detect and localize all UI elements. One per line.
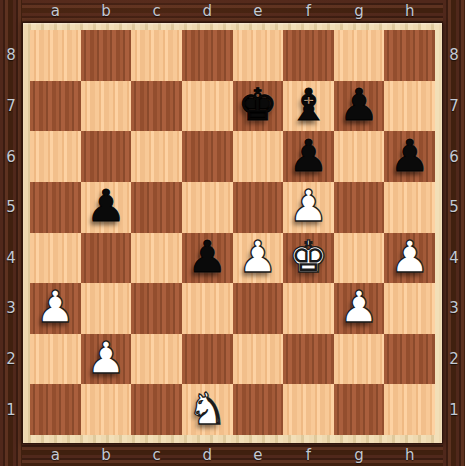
square-d4[interactable]: ♟: [182, 233, 233, 284]
square-b3[interactable]: [81, 283, 132, 334]
rank-labels-right: 87654321: [443, 30, 465, 435]
square-c1[interactable]: [131, 384, 182, 435]
square-f4[interactable]: ♚: [283, 233, 334, 284]
square-b8[interactable]: [81, 30, 132, 81]
file-label-h: h: [384, 0, 435, 22]
square-a7[interactable]: [30, 81, 81, 132]
square-h1[interactable]: [384, 384, 435, 435]
square-e1[interactable]: [233, 384, 284, 435]
rank-label-8: 8: [0, 30, 22, 81]
black-pawn[interactable]: ♟: [187, 235, 226, 279]
white-pawn[interactable]: ♟: [36, 285, 75, 329]
file-label-c: c: [131, 0, 182, 22]
file-label-b: b: [81, 443, 132, 466]
square-h2[interactable]: [384, 334, 435, 385]
square-a4[interactable]: [30, 233, 81, 284]
file-labels-bottom: abcdefgh: [30, 443, 435, 466]
file-label-h: h: [384, 443, 435, 466]
square-f2[interactable]: [283, 334, 334, 385]
square-e2[interactable]: [233, 334, 284, 385]
file-label-d: d: [182, 443, 233, 466]
file-label-b: b: [81, 0, 132, 22]
square-c7[interactable]: [131, 81, 182, 132]
square-d3[interactable]: [182, 283, 233, 334]
square-g6[interactable]: [334, 131, 385, 182]
rank-label-7: 7: [0, 81, 22, 132]
square-a3[interactable]: ♟: [30, 283, 81, 334]
square-d6[interactable]: [182, 131, 233, 182]
square-e8[interactable]: [233, 30, 284, 81]
square-d1[interactable]: ♞: [182, 384, 233, 435]
square-f5[interactable]: ♟: [283, 182, 334, 233]
file-label-g: g: [334, 0, 385, 22]
rank-label-8: 8: [443, 30, 465, 81]
file-label-d: d: [182, 0, 233, 22]
rank-label-6: 6: [443, 131, 465, 182]
square-d5[interactable]: [182, 182, 233, 233]
rank-label-3: 3: [443, 283, 465, 334]
white-pawn[interactable]: ♟: [238, 235, 277, 279]
rank-label-1: 1: [443, 384, 465, 435]
square-f3[interactable]: [283, 283, 334, 334]
square-a8[interactable]: [30, 30, 81, 81]
file-label-e: e: [233, 0, 284, 22]
file-labels-top: abcdefgh: [30, 0, 435, 22]
white-pawn[interactable]: ♟: [339, 285, 378, 329]
square-f7[interactable]: ♝: [283, 81, 334, 132]
file-label-e: e: [233, 443, 284, 466]
black-king[interactable]: ♚: [238, 83, 277, 127]
file-label-a: a: [30, 443, 81, 466]
square-h4[interactable]: ♟: [384, 233, 435, 284]
square-a1[interactable]: [30, 384, 81, 435]
square-e4[interactable]: ♟: [233, 233, 284, 284]
square-h6[interactable]: ♟: [384, 131, 435, 182]
rank-labels-left: 87654321: [0, 30, 22, 435]
square-f1[interactable]: [283, 384, 334, 435]
rank-label-5: 5: [443, 182, 465, 233]
rank-label-6: 6: [0, 131, 22, 182]
square-e3[interactable]: [233, 283, 284, 334]
square-c3[interactable]: [131, 283, 182, 334]
square-a5[interactable]: [30, 182, 81, 233]
square-b7[interactable]: [81, 81, 132, 132]
square-c5[interactable]: [131, 182, 182, 233]
square-d7[interactable]: [182, 81, 233, 132]
square-g1[interactable]: [334, 384, 385, 435]
square-e7[interactable]: ♚: [233, 81, 284, 132]
black-bishop[interactable]: ♝: [289, 83, 328, 127]
square-c8[interactable]: [131, 30, 182, 81]
file-label-a: a: [30, 0, 81, 22]
square-b6[interactable]: [81, 131, 132, 182]
rank-label-1: 1: [0, 384, 22, 435]
square-h3[interactable]: [384, 283, 435, 334]
black-pawn[interactable]: ♟: [390, 134, 429, 178]
black-pawn[interactable]: ♟: [339, 83, 378, 127]
square-f8[interactable]: [283, 30, 334, 81]
black-pawn[interactable]: ♟: [86, 184, 125, 228]
square-a2[interactable]: [30, 334, 81, 385]
square-d8[interactable]: [182, 30, 233, 81]
square-g7[interactable]: ♟: [334, 81, 385, 132]
square-b1[interactable]: [81, 384, 132, 435]
square-b2[interactable]: ♟: [81, 334, 132, 385]
square-f6[interactable]: ♟: [283, 131, 334, 182]
black-pawn[interactable]: ♟: [289, 134, 328, 178]
chess-board: ♚♝♟♟♟♟♟♟♟♚♟♟♟♟♞: [30, 30, 435, 435]
square-b5[interactable]: ♟: [81, 182, 132, 233]
square-g2[interactable]: [334, 334, 385, 385]
rank-label-4: 4: [443, 233, 465, 284]
square-b4[interactable]: [81, 233, 132, 284]
rank-label-2: 2: [0, 334, 22, 385]
white-pawn[interactable]: ♟: [86, 336, 125, 380]
white-king[interactable]: ♚: [289, 235, 328, 279]
square-g4[interactable]: [334, 233, 385, 284]
file-label-f: f: [283, 0, 334, 22]
rank-label-3: 3: [0, 283, 22, 334]
white-pawn[interactable]: ♟: [289, 184, 328, 228]
rank-label-5: 5: [0, 182, 22, 233]
square-e6[interactable]: [233, 131, 284, 182]
square-h7[interactable]: [384, 81, 435, 132]
square-g5[interactable]: [334, 182, 385, 233]
square-d2[interactable]: [182, 334, 233, 385]
white-pawn[interactable]: ♟: [390, 235, 429, 279]
square-c6[interactable]: [131, 131, 182, 182]
rank-label-4: 4: [0, 233, 22, 284]
square-c4[interactable]: [131, 233, 182, 284]
rank-label-2: 2: [443, 334, 465, 385]
file-label-c: c: [131, 443, 182, 466]
file-label-g: g: [334, 443, 385, 466]
square-e5[interactable]: [233, 182, 284, 233]
square-a6[interactable]: [30, 131, 81, 182]
square-h8[interactable]: [384, 30, 435, 81]
white-knight[interactable]: ♞: [187, 387, 226, 431]
square-h5[interactable]: [384, 182, 435, 233]
square-g3[interactable]: ♟: [334, 283, 385, 334]
file-label-f: f: [283, 443, 334, 466]
square-g8[interactable]: [334, 30, 385, 81]
chessboard-frame: abcdefgh abcdefgh 87654321 87654321 ♚♝♟♟…: [0, 0, 465, 466]
rank-label-7: 7: [443, 81, 465, 132]
square-c2[interactable]: [131, 334, 182, 385]
